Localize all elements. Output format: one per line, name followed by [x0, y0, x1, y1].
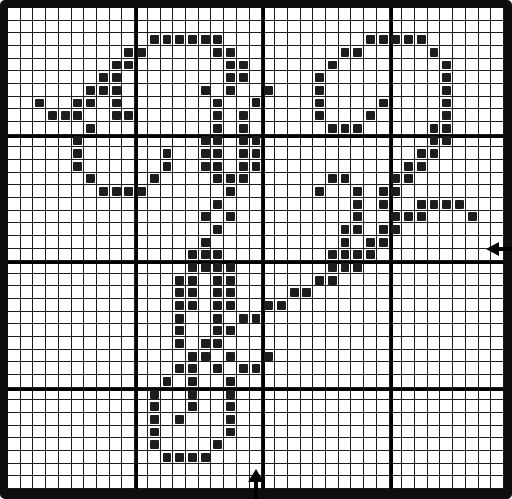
- stitch-cell-r6-c8: [110, 84, 123, 97]
- cell-r1-c30: [390, 21, 403, 34]
- cell-r22-c1: [21, 286, 34, 299]
- stitch-cell-r9-c18: [237, 122, 250, 135]
- cell-r22-c21: [275, 286, 288, 299]
- cell-r29-c29: [377, 375, 390, 388]
- cell-r12-c27: [351, 160, 364, 173]
- cell-r27-c31: [402, 350, 415, 363]
- cell-r2-c25: [326, 33, 339, 46]
- cell-r7-c35: [453, 97, 466, 110]
- cell-r35-c9: [122, 451, 135, 464]
- cell-r27-c21: [275, 350, 288, 363]
- cell-r34-c23: [301, 438, 314, 451]
- stitch-cell-r3-c33: [428, 46, 441, 59]
- cell-r27-c28: [364, 350, 377, 363]
- cell-r16-c25: [326, 211, 339, 224]
- cell-r4-c30: [390, 59, 403, 72]
- cell-r6-c16: [211, 84, 224, 97]
- cell-r31-c24: [313, 400, 326, 413]
- cell-r18-c30: [390, 236, 403, 249]
- cell-r0-c9: [122, 8, 135, 21]
- cell-r35-c8: [110, 451, 123, 464]
- cell-r37-c28: [364, 476, 377, 489]
- cell-r22-c36: [466, 286, 479, 299]
- cell-r31-c1: [21, 400, 34, 413]
- cell-r11-c27: [351, 147, 364, 160]
- cell-r2-c8: [110, 33, 123, 46]
- stitch-cell-r21-c16: [211, 274, 224, 287]
- cell-r18-c3: [46, 236, 59, 249]
- stitch-cell-r25-c13: [173, 324, 186, 337]
- cell-r18-c33: [428, 236, 441, 249]
- cell-r12-c28: [364, 160, 377, 173]
- stitch-cell-r23-c13: [173, 299, 186, 312]
- stitch-cell-r8-c28: [364, 109, 377, 122]
- cell-r29-c4: [59, 375, 72, 388]
- cell-r16-c8: [110, 211, 123, 224]
- cell-r33-c38: [491, 426, 504, 439]
- stitch-cell-r27-c20: [262, 350, 275, 363]
- cell-r20-c9: [122, 261, 135, 274]
- cell-r36-c20: [262, 464, 275, 477]
- cell-r7-c1: [21, 97, 34, 110]
- cell-r9-c1: [21, 122, 34, 135]
- cell-r25-c8: [110, 324, 123, 337]
- cell-r5-c26: [339, 71, 352, 84]
- cell-r1-c19: [250, 21, 263, 34]
- cell-r16-c0: [8, 211, 21, 224]
- cell-r31-c31: [402, 400, 415, 413]
- cell-r33-c6: [84, 426, 97, 439]
- cell-r14-c5: [72, 185, 85, 198]
- cell-r5-c21: [275, 71, 288, 84]
- cell-r20-c4: [59, 261, 72, 274]
- cell-r12-c22: [288, 160, 301, 173]
- cell-r4-c27: [351, 59, 364, 72]
- cell-r18-c11: [148, 236, 161, 249]
- cell-r22-c5: [72, 286, 85, 299]
- cell-r10-c17: [224, 135, 237, 148]
- cell-r15-c8: [110, 198, 123, 211]
- cell-r10-c25: [326, 135, 339, 148]
- cell-r34-c18: [237, 438, 250, 451]
- cell-r11-c0: [8, 147, 21, 160]
- cell-r28-c0: [8, 362, 21, 375]
- cell-r23-c23: [301, 299, 314, 312]
- cell-r10-c1: [21, 135, 34, 148]
- cell-r19-c35: [453, 249, 466, 262]
- cell-r11-c14: [186, 147, 199, 160]
- cell-r27-c33: [428, 350, 441, 363]
- cell-r30-c8: [110, 388, 123, 401]
- cell-r15-c37: [479, 198, 492, 211]
- stitch-cell-r14-c24: [313, 185, 326, 198]
- cell-r31-c6: [84, 400, 97, 413]
- stitch-cell-r3-c9: [122, 46, 135, 59]
- cell-r21-c28: [364, 274, 377, 287]
- cell-r30-c33: [428, 388, 441, 401]
- cell-r32-c27: [351, 413, 364, 426]
- cell-r8-c15: [199, 109, 212, 122]
- stitch-cell-r2-c32: [415, 33, 428, 46]
- cell-r9-c35: [453, 122, 466, 135]
- stitch-cell-r12-c32: [415, 160, 428, 173]
- cell-r23-c29: [377, 299, 390, 312]
- cell-r15-c20: [262, 198, 275, 211]
- cell-r13-c24: [313, 173, 326, 186]
- cell-r18-c32: [415, 236, 428, 249]
- cell-r18-c10: [135, 236, 148, 249]
- cell-r34-c10: [135, 438, 148, 451]
- cell-r4-c15: [199, 59, 212, 72]
- cell-r23-c8: [110, 299, 123, 312]
- cell-r0-c27: [351, 8, 364, 21]
- cell-r13-c5: [72, 173, 85, 186]
- cell-r8-c25: [326, 109, 339, 122]
- cell-r36-c1: [21, 464, 34, 477]
- cell-r19-c5: [72, 249, 85, 262]
- cell-r7-c10: [135, 97, 148, 110]
- cell-r1-c15: [199, 21, 212, 34]
- cell-r32-c29: [377, 413, 390, 426]
- cell-r22-c15: [199, 286, 212, 299]
- cell-r13-c8: [110, 173, 123, 186]
- cell-r19-c18: [237, 249, 250, 262]
- cell-r9-c37: [479, 122, 492, 135]
- cell-r3-c34: [440, 46, 453, 59]
- stitch-cell-r30-c17: [224, 388, 237, 401]
- cell-r10-c10: [135, 135, 148, 148]
- cell-r25-c6: [84, 324, 97, 337]
- stitch-cell-r11-c5: [72, 147, 85, 160]
- cell-r3-c37: [479, 46, 492, 59]
- cell-r27-c22: [288, 350, 301, 363]
- cell-r14-c1: [21, 185, 34, 198]
- cell-r22-c30: [390, 286, 403, 299]
- cell-r4-c13: [173, 59, 186, 72]
- cell-r8-c7: [97, 109, 110, 122]
- cell-r18-c1: [21, 236, 34, 249]
- cell-r13-c23: [301, 173, 314, 186]
- cell-r17-c21: [275, 223, 288, 236]
- cell-r7-c4: [59, 97, 72, 110]
- cell-r17-c3: [46, 223, 59, 236]
- cell-r23-c32: [415, 299, 428, 312]
- cell-r21-c18: [237, 274, 250, 287]
- cell-r23-c19: [250, 299, 263, 312]
- cell-r16-c1: [21, 211, 34, 224]
- cell-r24-c9: [122, 312, 135, 325]
- cell-r35-c27: [351, 451, 364, 464]
- cell-r18-c5: [72, 236, 85, 249]
- stitch-cell-r5-c7: [97, 71, 110, 84]
- stitch-cell-r29-c12: [161, 375, 174, 388]
- cell-r6-c14: [186, 84, 199, 97]
- stitch-cell-r18-c26: [339, 236, 352, 249]
- cell-r3-c23: [301, 46, 314, 59]
- cell-r2-c20: [262, 33, 275, 46]
- cell-r8-c11: [148, 109, 161, 122]
- cell-r29-c37: [479, 375, 492, 388]
- cell-r13-c36: [466, 173, 479, 186]
- cell-r25-c23: [301, 324, 314, 337]
- cell-r35-c22: [288, 451, 301, 464]
- cell-r25-c9: [122, 324, 135, 337]
- cell-r35-c30: [390, 451, 403, 464]
- cell-r22-c18: [237, 286, 250, 299]
- cell-r30-c2: [33, 388, 46, 401]
- stitch-cell-r25-c16: [211, 324, 224, 337]
- cell-r31-c29: [377, 400, 390, 413]
- stitch-cell-r28-c13: [173, 362, 186, 375]
- cell-r36-c37: [479, 464, 492, 477]
- cell-r7-c23: [301, 97, 314, 110]
- stitch-cell-r9-c6: [84, 122, 97, 135]
- stitch-cell-r22-c13: [173, 286, 186, 299]
- cell-r9-c29: [377, 122, 390, 135]
- cell-r6-c5: [72, 84, 85, 97]
- cell-r14-c16: [211, 185, 224, 198]
- cell-r26-c6: [84, 337, 97, 350]
- cell-r21-c3: [46, 274, 59, 287]
- stitch-cell-r8-c4: [59, 109, 72, 122]
- cell-r30-c13: [173, 388, 186, 401]
- stitch-cell-r2-c16: [211, 33, 224, 46]
- cell-r1-c7: [97, 21, 110, 34]
- cell-r35-c2: [33, 451, 46, 464]
- stitch-cell-r22-c14: [186, 286, 199, 299]
- cell-r6-c38: [491, 84, 504, 97]
- cell-r9-c24: [313, 122, 326, 135]
- cell-r31-c12: [161, 400, 174, 413]
- cell-r7-c3: [46, 97, 59, 110]
- cell-r37-c27: [351, 476, 364, 489]
- cell-r32-c22: [288, 413, 301, 426]
- cell-r33-c12: [161, 426, 174, 439]
- cell-r21-c30: [390, 274, 403, 287]
- cell-r8-c22: [288, 109, 301, 122]
- stitch-cell-r5-c8: [110, 71, 123, 84]
- cell-r26-c14: [186, 337, 199, 350]
- cell-r9-c12: [161, 122, 174, 135]
- cell-r1-c3: [46, 21, 59, 34]
- cell-r37-c37: [479, 476, 492, 489]
- cell-r36-c29: [377, 464, 390, 477]
- cell-r5-c0: [8, 71, 21, 84]
- cell-r35-c37: [479, 451, 492, 464]
- cell-r21-c1: [21, 274, 34, 287]
- stitch-cell-r16-c17: [224, 211, 237, 224]
- cell-r2-c21: [275, 33, 288, 46]
- cell-r3-c29: [377, 46, 390, 59]
- cell-r33-c26: [339, 426, 352, 439]
- cell-r26-c20: [262, 337, 275, 350]
- cell-r21-c11: [148, 274, 161, 287]
- stitch-cell-r7-c2: [33, 97, 46, 110]
- cell-r19-c6: [84, 249, 97, 262]
- stitch-cell-r5-c18: [237, 71, 250, 84]
- stitch-cell-r27-c17: [224, 350, 237, 363]
- cell-r27-c12: [161, 350, 174, 363]
- cell-r37-c17: [224, 476, 237, 489]
- cell-r13-c27: [351, 173, 364, 186]
- stitch-cell-r19-c16: [211, 249, 224, 262]
- stitch-cell-r2-c29: [377, 33, 390, 46]
- cell-r29-c36: [466, 375, 479, 388]
- cell-r32-c36: [466, 413, 479, 426]
- cell-r36-c11: [148, 464, 161, 477]
- cell-r23-c26: [339, 299, 352, 312]
- cell-r23-c7: [97, 299, 110, 312]
- cell-r15-c17: [224, 198, 237, 211]
- stitch-cell-r15-c34: [440, 198, 453, 211]
- cell-r13-c0: [8, 173, 21, 186]
- cell-r32-c24: [313, 413, 326, 426]
- cell-r26-c24: [313, 337, 326, 350]
- cell-r25-c7: [97, 324, 110, 337]
- cell-r26-c19: [250, 337, 263, 350]
- stitch-cell-r32-c17: [224, 413, 237, 426]
- stitch-cell-r4-c17: [224, 59, 237, 72]
- stitch-cell-r28-c18: [237, 362, 250, 375]
- cell-r9-c28: [364, 122, 377, 135]
- stitch-cell-r2-c14: [186, 33, 199, 46]
- stitch-cell-r2-c11: [148, 33, 161, 46]
- cell-r29-c2: [33, 375, 46, 388]
- stitch-cell-r23-c20: [262, 299, 275, 312]
- stitch-cell-r26-c15: [199, 337, 212, 350]
- cell-r26-c29: [377, 337, 390, 350]
- cell-r8-c23: [301, 109, 314, 122]
- cell-r29-c3: [46, 375, 59, 388]
- stitch-grid: [8, 8, 504, 489]
- cell-r7-c26: [339, 97, 352, 110]
- cell-r8-c30: [390, 109, 403, 122]
- cell-r30-c1: [21, 388, 34, 401]
- stitch-cell-r10-c5: [72, 135, 85, 148]
- cell-r34-c8: [110, 438, 123, 451]
- cell-r20-c0: [8, 261, 21, 274]
- cell-r19-c2: [33, 249, 46, 262]
- cell-r13-c32: [415, 173, 428, 186]
- cell-r14-c12: [161, 185, 174, 198]
- cell-r6-c31: [402, 84, 415, 97]
- cell-r36-c22: [288, 464, 301, 477]
- cell-r8-c19: [250, 109, 263, 122]
- cell-r19-c33: [428, 249, 441, 262]
- cell-r21-c35: [453, 274, 466, 287]
- cell-r5-c14: [186, 71, 199, 84]
- cell-r3-c32: [415, 46, 428, 59]
- cell-r33-c16: [211, 426, 224, 439]
- cell-r32-c34: [440, 413, 453, 426]
- cell-r29-c27: [351, 375, 364, 388]
- stitch-cell-r13-c16: [211, 173, 224, 186]
- cell-r24-c20: [262, 312, 275, 325]
- cell-r15-c31: [402, 198, 415, 211]
- cell-r17-c20: [262, 223, 275, 236]
- cell-r1-c10: [135, 21, 148, 34]
- cell-r24-c3: [46, 312, 59, 325]
- cell-r16-c28: [364, 211, 377, 224]
- cell-r29-c33: [428, 375, 441, 388]
- cell-r20-c13: [173, 261, 186, 274]
- cell-r21-c38: [491, 274, 504, 287]
- cell-r17-c23: [301, 223, 314, 236]
- cell-r33-c13: [173, 426, 186, 439]
- cell-r36-c28: [364, 464, 377, 477]
- cell-r21-c4: [59, 274, 72, 287]
- cell-r8-c29: [377, 109, 390, 122]
- cell-r23-c28: [364, 299, 377, 312]
- cell-r24-c38: [491, 312, 504, 325]
- cell-r27-c35: [453, 350, 466, 363]
- cell-r6-c25: [326, 84, 339, 97]
- cell-r10-c13: [173, 135, 186, 148]
- stitch-cell-r24-c18: [237, 312, 250, 325]
- cell-r28-c34: [440, 362, 453, 375]
- cell-r6-c10: [135, 84, 148, 97]
- cell-r14-c6: [84, 185, 97, 198]
- cell-r34-c32: [415, 438, 428, 451]
- cell-r29-c21: [275, 375, 288, 388]
- cell-r7-c31: [402, 97, 415, 110]
- cell-r0-c16: [211, 8, 224, 21]
- cell-r16-c24: [313, 211, 326, 224]
- cell-r24-c33: [428, 312, 441, 325]
- stitch-cell-r22-c16: [211, 286, 224, 299]
- cell-r28-c10: [135, 362, 148, 375]
- cell-r1-c36: [466, 21, 479, 34]
- cell-r8-c10: [135, 109, 148, 122]
- cell-r20-c21: [275, 261, 288, 274]
- cell-r5-c38: [491, 71, 504, 84]
- cell-r19-c20: [262, 249, 275, 262]
- cell-r19-c31: [402, 249, 415, 262]
- cell-r18-c19: [250, 236, 263, 249]
- stitch-cell-r30-c14: [186, 388, 199, 401]
- stitch-cell-r28-c14: [186, 362, 199, 375]
- cell-r1-c33: [428, 21, 441, 34]
- cell-r10-c21: [275, 135, 288, 148]
- stitch-cell-r8-c34: [440, 109, 453, 122]
- cell-r35-c20: [262, 451, 275, 464]
- cell-r17-c32: [415, 223, 428, 236]
- cell-r22-c12: [161, 286, 174, 299]
- cell-r2-c17: [224, 33, 237, 46]
- cell-r36-c0: [8, 464, 21, 477]
- cell-r30-c28: [364, 388, 377, 401]
- cell-r13-c19: [250, 173, 263, 186]
- cell-r31-c10: [135, 400, 148, 413]
- cell-r20-c29: [377, 261, 390, 274]
- cell-r27-c2: [33, 350, 46, 363]
- cell-r34-c22: [288, 438, 301, 451]
- cell-r19-c17: [224, 249, 237, 262]
- cell-r16-c7: [97, 211, 110, 224]
- stitch-cell-r15-c29: [377, 198, 390, 211]
- cell-r32-c33: [428, 413, 441, 426]
- stitch-cell-r17-c29: [377, 223, 390, 236]
- cell-r9-c22: [288, 122, 301, 135]
- cell-r8-c6: [84, 109, 97, 122]
- cell-r33-c2: [33, 426, 46, 439]
- cell-r5-c19: [250, 71, 263, 84]
- cell-r24-c28: [364, 312, 377, 325]
- cell-r2-c37: [479, 33, 492, 46]
- cell-r15-c21: [275, 198, 288, 211]
- cell-r27-c36: [466, 350, 479, 363]
- cell-r1-c27: [351, 21, 364, 34]
